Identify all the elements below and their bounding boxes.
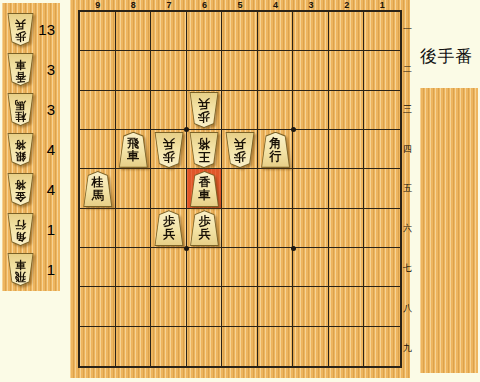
hand-count-knight: 3 [34,101,60,118]
empty-piece-stand [420,88,478,373]
piece-layer: 歩兵飛車歩兵王将歩兵角行桂馬香車歩兵歩兵 [70,0,410,378]
hand-row-silver: 銀将4 [2,129,60,169]
piece-kanji-bottom: 将 [15,178,26,190]
piece-gote-silver[interactable]: 銀将 [7,133,34,166]
gote-hand-stand: 歩兵13香車3桂馬3銀将4金将4角行1飛車1 [2,3,60,291]
piece-kanji-top: 角 [15,230,26,242]
piece-kanji: 歩兵 [189,215,219,241]
piece-sente-rook[interactable]: 飛車 [118,132,148,168]
piece-gote-bishop[interactable]: 角行 [7,213,34,246]
hand-count-pawn: 13 [34,21,60,38]
piece-kanji-bottom: 兵 [234,137,246,150]
piece-kanji-top: 歩 [234,150,246,163]
hand-row-gold: 金将4 [2,169,60,209]
piece-gote-gold[interactable]: 金将 [7,173,34,206]
piece-kanji-bottom: 将 [198,137,210,150]
piece-kanji: 歩兵 [154,215,184,241]
piece-kanji-top: 金 [15,190,26,202]
piece-gote-lance[interactable]: 香車 [7,53,34,86]
piece-kanji-bottom: 車 [198,189,210,202]
shogi-board: 987654321 一二三四五六七八九 歩兵飛車歩兵王将歩兵角行桂馬香車歩兵歩兵 [70,0,410,378]
hand-row-bishop: 角行1 [2,209,60,249]
hand-count-lance: 3 [34,61,60,78]
piece-kanji-top: 香 [15,70,26,82]
piece-kanji-bottom: 兵 [198,228,210,241]
piece-sente-knight[interactable]: 桂馬 [83,171,113,207]
piece-kanji-bottom: 車 [127,150,139,163]
piece-kanji-bottom: 車 [15,258,26,270]
piece-kanji-bottom: 馬 [15,98,26,110]
hand-row-rook: 飛車1 [2,249,60,289]
piece-kanji-top: 歩 [15,30,26,42]
piece-kanji-top: 飛 [15,270,26,282]
turn-indicator: 後手番 [420,45,478,68]
piece-kanji: 角行 [261,137,291,163]
hand-row-lance: 香車3 [2,49,60,89]
piece-gote-pawn[interactable]: 歩兵 [189,92,219,128]
piece-kanji: 香車 [7,58,34,82]
piece-kanji: 角行 [7,218,34,242]
hand-count-gold: 4 [34,181,60,198]
piece-gote-pawn[interactable]: 歩兵 [225,132,255,168]
piece-gote-king[interactable]: 王将 [189,132,219,168]
hand-count-bishop: 1 [34,221,60,238]
piece-kanji-bottom: 兵 [163,228,175,241]
piece-kanji: 桂馬 [83,176,113,202]
hand-row-knight: 桂馬3 [2,89,60,129]
piece-kanji-top: 歩 [198,110,210,123]
piece-kanji-bottom: 兵 [163,137,175,150]
piece-kanji: 桂馬 [7,98,34,122]
piece-sente-lance[interactable]: 香車 [189,171,219,207]
piece-kanji: 香車 [189,176,219,202]
piece-kanji: 飛車 [118,137,148,163]
hand-count-silver: 4 [34,141,60,158]
piece-gote-pawn[interactable]: 歩兵 [7,13,34,46]
piece-kanji: 金将 [7,178,34,202]
piece-kanji-top: 飛 [127,137,139,150]
piece-kanji: 歩兵 [225,137,255,163]
piece-kanji: 歩兵 [7,18,34,42]
piece-kanji: 歩兵 [154,137,184,163]
piece-kanji-bottom: 馬 [92,189,104,202]
piece-kanji: 飛車 [7,258,34,282]
hand-row-pawn: 歩兵13 [2,9,60,49]
piece-kanji-top: 歩 [163,150,175,163]
piece-kanji-top: 桂 [15,110,26,122]
piece-kanji-bottom: 兵 [198,97,210,110]
piece-kanji: 王将 [189,137,219,163]
piece-kanji: 銀将 [7,138,34,162]
hand-count-rook: 1 [34,261,60,278]
piece-kanji-top: 銀 [15,150,26,162]
piece-kanji-bottom: 兵 [15,18,26,30]
piece-kanji-top: 角 [270,137,282,150]
piece-sente-bishop[interactable]: 角行 [261,132,291,168]
piece-kanji-bottom: 車 [15,58,26,70]
piece-sente-pawn[interactable]: 歩兵 [154,210,184,246]
piece-gote-knight[interactable]: 桂馬 [7,93,34,126]
piece-sente-pawn[interactable]: 歩兵 [189,210,219,246]
piece-gote-pawn[interactable]: 歩兵 [154,132,184,168]
piece-kanji-top: 王 [198,150,210,163]
piece-gote-rook[interactable]: 飛車 [7,253,34,286]
piece-kanji-bottom: 行 [270,150,282,163]
piece-kanji: 歩兵 [189,97,219,123]
piece-kanji-bottom: 行 [15,218,26,230]
piece-kanji-bottom: 将 [15,138,26,150]
